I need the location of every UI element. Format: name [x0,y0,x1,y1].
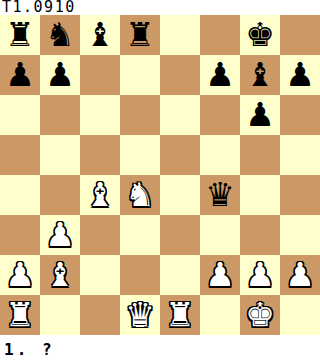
square-d1[interactable]: ♛ [120,295,160,335]
piece-black-pawn: ♟ [285,55,315,95]
square-h1[interactable] [280,295,320,335]
piece-black-queen: ♛ [205,175,235,215]
square-f6[interactable] [200,95,240,135]
square-c2[interactable] [80,255,120,295]
piece-black-rook: ♜ [5,15,35,55]
square-a3[interactable] [0,215,40,255]
piece-black-rook: ♜ [125,15,155,55]
square-d4[interactable]: ♞ [120,175,160,215]
piece-white-rook: ♜ [165,295,195,335]
square-b8[interactable]: ♞ [40,15,80,55]
square-d8[interactable]: ♜ [120,15,160,55]
square-a6[interactable] [0,95,40,135]
square-d5[interactable] [120,135,160,175]
piece-black-pawn: ♟ [5,55,35,95]
square-e3[interactable] [160,215,200,255]
piece-white-pawn: ♟ [285,255,315,295]
piece-white-queen: ♛ [125,295,155,335]
piece-white-pawn: ♟ [5,255,35,295]
square-e6[interactable] [160,95,200,135]
square-f4[interactable]: ♛ [200,175,240,215]
square-h8[interactable] [280,15,320,55]
chess-puzzle-window: T1.0910 ♜♞♝♜♚♟♟♟♝♟♟♝♞♛♟♟♝♟♟♟♜♛♜♚ 1. ? [0,0,320,360]
square-c5[interactable] [80,135,120,175]
piece-white-knight: ♞ [125,175,155,215]
square-g7[interactable]: ♝ [240,55,280,95]
square-e5[interactable] [160,135,200,175]
square-e7[interactable] [160,55,200,95]
square-c3[interactable] [80,215,120,255]
square-g4[interactable] [240,175,280,215]
square-f2[interactable]: ♟ [200,255,240,295]
square-f8[interactable] [200,15,240,55]
square-b5[interactable] [40,135,80,175]
piece-black-bishop: ♝ [245,55,275,95]
puzzle-title: T1.0910 [0,0,320,15]
square-a2[interactable]: ♟ [0,255,40,295]
piece-black-knight: ♞ [45,15,75,55]
square-d7[interactable] [120,55,160,95]
square-b2[interactable]: ♝ [40,255,80,295]
piece-white-bishop: ♝ [85,175,115,215]
square-b6[interactable] [40,95,80,135]
square-g6[interactable]: ♟ [240,95,280,135]
square-b4[interactable] [40,175,80,215]
square-d6[interactable] [120,95,160,135]
square-e8[interactable] [160,15,200,55]
square-c8[interactable]: ♝ [80,15,120,55]
piece-black-pawn: ♟ [205,55,235,95]
square-e2[interactable] [160,255,200,295]
square-a5[interactable] [0,135,40,175]
piece-black-bishop: ♝ [85,15,115,55]
square-h2[interactable]: ♟ [280,255,320,295]
piece-white-pawn: ♟ [45,215,75,255]
square-g3[interactable] [240,215,280,255]
square-h6[interactable] [280,95,320,135]
move-prompt: 1. ? [0,335,320,360]
square-a8[interactable]: ♜ [0,15,40,55]
piece-black-pawn: ♟ [245,95,275,135]
chess-board: ♜♞♝♜♚♟♟♟♝♟♟♝♞♛♟♟♝♟♟♟♜♛♜♚ [0,15,320,335]
square-g5[interactable] [240,135,280,175]
square-g1[interactable]: ♚ [240,295,280,335]
piece-white-bishop: ♝ [45,255,75,295]
piece-white-king: ♚ [245,295,275,335]
piece-black-pawn: ♟ [45,55,75,95]
square-d2[interactable] [120,255,160,295]
square-h4[interactable] [280,175,320,215]
piece-white-pawn: ♟ [205,255,235,295]
square-h5[interactable] [280,135,320,175]
square-e1[interactable]: ♜ [160,295,200,335]
square-c1[interactable] [80,295,120,335]
square-g2[interactable]: ♟ [240,255,280,295]
square-c4[interactable]: ♝ [80,175,120,215]
square-f7[interactable]: ♟ [200,55,240,95]
square-d3[interactable] [120,215,160,255]
square-c7[interactable] [80,55,120,95]
square-b1[interactable] [40,295,80,335]
square-h3[interactable] [280,215,320,255]
square-f5[interactable] [200,135,240,175]
square-e4[interactable] [160,175,200,215]
square-a1[interactable]: ♜ [0,295,40,335]
square-f1[interactable] [200,295,240,335]
piece-black-king: ♚ [245,15,275,55]
square-b3[interactable]: ♟ [40,215,80,255]
square-f3[interactable] [200,215,240,255]
square-c6[interactable] [80,95,120,135]
square-b7[interactable]: ♟ [40,55,80,95]
square-a7[interactable]: ♟ [0,55,40,95]
square-g8[interactable]: ♚ [240,15,280,55]
square-a4[interactable] [0,175,40,215]
piece-white-pawn: ♟ [245,255,275,295]
piece-white-rook: ♜ [5,295,35,335]
square-h7[interactable]: ♟ [280,55,320,95]
